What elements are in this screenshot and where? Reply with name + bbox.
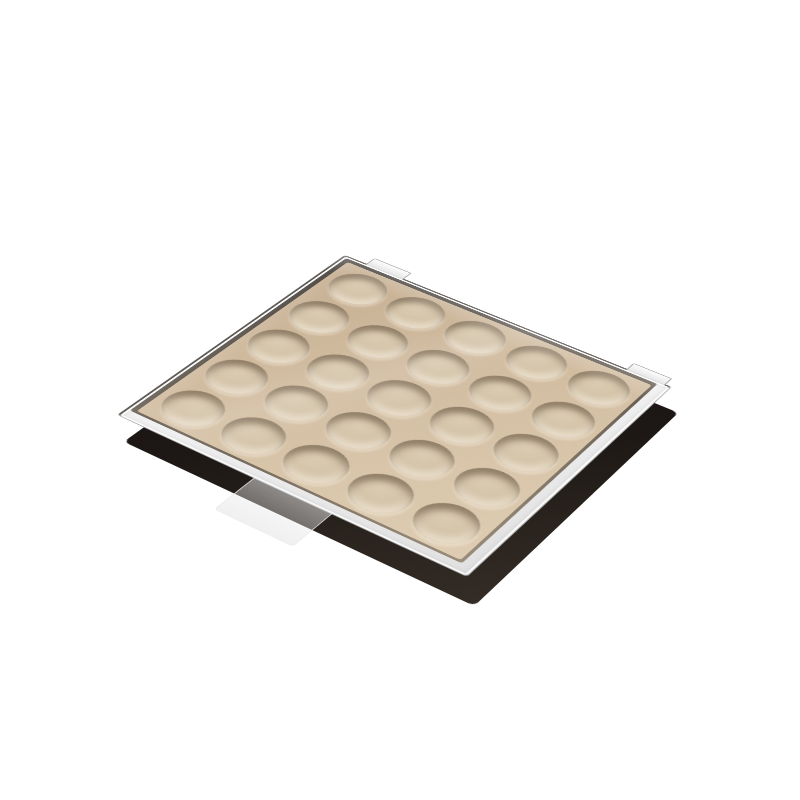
makeup-palette (0, 0, 800, 800)
palette-lid-face (117, 255, 672, 577)
product-photo (0, 0, 800, 800)
beige-tray-insert (137, 262, 652, 560)
